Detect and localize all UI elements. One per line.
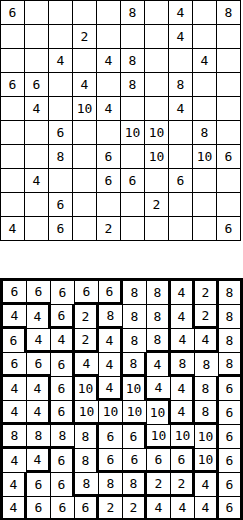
solution-cell-r0c7: 4 [171, 281, 195, 305]
solution-cell-r4c4: 4 [99, 377, 123, 401]
clue-cell-r1c2[interactable] [49, 25, 73, 49]
solution-cell-r3c0: 6 [3, 353, 27, 377]
clue-cell-r0c4[interactable] [97, 1, 121, 25]
solution-cell-r8c9: 6 [219, 473, 243, 497]
clue-cell-r3c8[interactable] [193, 73, 217, 97]
clue-cell-r9c3[interactable] [73, 217, 97, 241]
solution-cell-r9c8: 4 [195, 497, 219, 520]
solution-cell-r7c2: 6 [51, 449, 75, 473]
clue-cell-r1c3[interactable]: 2 [73, 25, 97, 49]
solution-cell-r2c2: 4 [51, 329, 75, 353]
solution-cell-r7c7: 6 [171, 449, 195, 473]
solution-cell-r6c8: 10 [195, 425, 219, 449]
solution-cell-r0c5: 8 [123, 281, 147, 305]
fillomino-clue-grid: 6848244484664884104461010886101064666624… [0, 0, 241, 241]
clue-cell-r3c6[interactable] [145, 73, 169, 97]
solution-cell-r4c8: 8 [195, 377, 219, 401]
solution-cell-r9c3: 6 [75, 497, 99, 520]
clue-cell-r7c0[interactable] [1, 169, 25, 193]
clue-cell-r9c1[interactable] [25, 217, 49, 241]
solution-cell-r1c4: 8 [99, 305, 123, 329]
solution-cell-r5c7: 4 [171, 401, 195, 425]
solution-cell-r0c3: 6 [75, 281, 99, 305]
clue-cell-r5c6[interactable]: 10 [145, 121, 169, 145]
clue-cell-r0c7[interactable]: 4 [169, 1, 193, 25]
clue-cell-r0c9[interactable]: 8 [217, 1, 241, 25]
clue-cell-r2c2[interactable]: 4 [49, 49, 73, 73]
clue-cell-r4c4[interactable]: 4 [97, 97, 121, 121]
solution-cell-r8c2: 6 [51, 473, 75, 497]
clue-cell-r8c2[interactable]: 6 [49, 193, 73, 217]
clue-cell-r9c5[interactable] [121, 217, 145, 241]
solution-cell-r9c2: 6 [51, 497, 75, 520]
clue-cell-r8c4[interactable] [97, 193, 121, 217]
solution-cell-r5c3: 10 [75, 401, 99, 425]
clue-cell-r9c8[interactable] [193, 217, 217, 241]
clue-cell-r7c5[interactable]: 6 [121, 169, 145, 193]
clue-cell-r0c1[interactable] [25, 1, 49, 25]
solution-cell-r1c1: 4 [27, 305, 51, 329]
clue-cell-r7c6[interactable] [145, 169, 169, 193]
clue-cell-r1c0[interactable] [1, 25, 25, 49]
clue-cell-r6c4[interactable]: 6 [97, 145, 121, 169]
solution-cell-r2c3: 2 [75, 329, 99, 353]
clue-cell-r0c2[interactable] [49, 1, 73, 25]
solution-cell-r9c6: 4 [147, 497, 171, 520]
clue-cell-r7c8[interactable] [193, 169, 217, 193]
clue-cell-r3c0[interactable]: 6 [1, 73, 25, 97]
solution-cell-r6c2: 8 [51, 425, 75, 449]
clue-cell-r4c7[interactable]: 4 [169, 97, 193, 121]
solution-cell-r4c0: 4 [3, 377, 27, 401]
solution-cell-r1c3: 2 [75, 305, 99, 329]
solution-cell-r4c3: 10 [75, 377, 99, 401]
solution-cell-r3c2: 6 [51, 353, 75, 377]
solution-cell-r6c6: 10 [147, 425, 171, 449]
clue-cell-r9c2[interactable]: 6 [49, 217, 73, 241]
solution-cell-r9c9: 6 [219, 497, 243, 520]
clue-cell-r3c1[interactable]: 6 [25, 73, 49, 97]
clue-cell-r9c9[interactable]: 6 [217, 217, 241, 241]
solution-cell-r5c8: 8 [195, 401, 219, 425]
solution-cell-r5c5: 10 [123, 401, 147, 425]
solution-cell-r5c0: 4 [3, 401, 27, 425]
clue-cell-r8c3[interactable] [73, 193, 97, 217]
solution-cell-r0c6: 8 [147, 281, 171, 305]
solution-cell-r8c1: 6 [27, 473, 51, 497]
solution-cell-r0c4: 6 [99, 281, 123, 305]
clue-cell-r1c8[interactable] [193, 25, 217, 49]
solution-cell-r4c9: 6 [219, 377, 243, 401]
solution-cell-r1c6: 8 [147, 305, 171, 329]
solution-cell-r6c4: 6 [99, 425, 123, 449]
clue-cell-r1c9[interactable] [217, 25, 241, 49]
solution-cell-r7c3: 8 [75, 449, 99, 473]
solution-cell-r0c0: 6 [3, 281, 27, 305]
clue-cell-r4c6[interactable] [145, 97, 169, 121]
clue-cell-r1c7[interactable]: 4 [169, 25, 193, 49]
clue-cell-r8c8[interactable] [193, 193, 217, 217]
solution-cell-r7c0: 4 [3, 449, 27, 473]
clue-cell-r5c1[interactable] [25, 121, 49, 145]
solution-cell-r4c2: 6 [51, 377, 75, 401]
fillomino-puzzle-page: 6848244484664884104461010886101064666624… [0, 0, 243, 520]
solution-cell-r3c4: 4 [99, 353, 123, 377]
clue-cell-r7c3[interactable] [73, 169, 97, 193]
clue-cell-r4c1[interactable]: 4 [25, 97, 49, 121]
clue-cell-r5c4[interactable] [97, 121, 121, 145]
clue-cell-r2c9[interactable] [217, 49, 241, 73]
solution-cell-r9c7: 4 [171, 497, 195, 520]
clue-cell-r0c8[interactable] [193, 1, 217, 25]
clue-cell-r9c6[interactable] [145, 217, 169, 241]
clue-cell-r1c6[interactable] [145, 25, 169, 49]
solution-cell-r0c1: 6 [27, 281, 51, 305]
solution-cell-r2c7: 4 [171, 329, 195, 353]
solution-cell-r0c8: 2 [195, 281, 219, 305]
solution-cell-r2c9: 8 [219, 329, 243, 353]
clue-cell-r2c0[interactable] [1, 49, 25, 73]
clue-cell-r8c7[interactable] [169, 193, 193, 217]
solution-cell-r1c9: 8 [219, 305, 243, 329]
clue-cell-r1c4[interactable] [97, 25, 121, 49]
solution-cell-r9c1: 6 [27, 497, 51, 520]
solution-cell-r9c4: 2 [99, 497, 123, 520]
clue-cell-r3c9[interactable] [217, 73, 241, 97]
clue-cell-r4c0[interactable] [1, 97, 25, 121]
clue-cell-r6c6[interactable]: 10 [145, 145, 169, 169]
solution-cell-r7c1: 4 [27, 449, 51, 473]
clue-cell-r4c5[interactable] [121, 97, 145, 121]
clue-cell-r7c1[interactable]: 4 [25, 169, 49, 193]
clue-cell-r0c3[interactable] [73, 1, 97, 25]
solution-cell-r1c7: 4 [171, 305, 195, 329]
solution-cell-r6c7: 10 [171, 425, 195, 449]
clue-cell-r3c7[interactable]: 8 [169, 73, 193, 97]
clue-cell-r5c9[interactable] [217, 121, 241, 145]
solution-cell-r8c6: 2 [147, 473, 171, 497]
clue-cell-r3c2[interactable] [49, 73, 73, 97]
solution-cell-r4c7: 4 [171, 377, 195, 401]
clue-cell-r9c0[interactable]: 4 [1, 217, 25, 241]
clue-cell-r2c8[interactable]: 4 [193, 49, 217, 73]
solution-cell-r7c4: 6 [99, 449, 123, 473]
clue-cell-r2c3[interactable] [73, 49, 97, 73]
clue-cell-r6c8[interactable]: 10 [193, 145, 217, 169]
clue-cell-r4c8[interactable] [193, 97, 217, 121]
solution-cell-r1c2: 6 [51, 305, 75, 329]
clue-cell-r0c5[interactable]: 8 [121, 1, 145, 25]
clue-cell-r2c5[interactable]: 8 [121, 49, 145, 73]
clue-cell-r8c0[interactable] [1, 193, 25, 217]
clue-cell-r5c3[interactable] [73, 121, 97, 145]
solution-cell-r3c8: 8 [195, 353, 219, 377]
solution-cell-r3c7: 8 [171, 353, 195, 377]
solution-cell-r2c6: 8 [147, 329, 171, 353]
clue-cell-r6c1[interactable] [25, 145, 49, 169]
solution-cell-r6c1: 8 [27, 425, 51, 449]
clue-cell-r9c4[interactable]: 2 [97, 217, 121, 241]
clue-cell-r4c2[interactable] [49, 97, 73, 121]
clue-cell-r5c0[interactable] [1, 121, 25, 145]
solution-cell-r8c5: 8 [123, 473, 147, 497]
clue-cell-r2c4[interactable]: 4 [97, 49, 121, 73]
solution-cell-r4c6: 4 [147, 377, 171, 401]
solution-cell-r9c0: 4 [3, 497, 27, 520]
clue-cell-r1c1[interactable] [25, 25, 49, 49]
solution-cell-r6c0: 8 [3, 425, 27, 449]
solution-cell-r5c1: 4 [27, 401, 51, 425]
solution-cell-r5c2: 6 [51, 401, 75, 425]
solution-cell-r3c5: 8 [123, 353, 147, 377]
clue-cell-r6c5[interactable] [121, 145, 145, 169]
clue-cell-r3c5[interactable]: 8 [121, 73, 145, 97]
clue-cell-r2c1[interactable] [25, 49, 49, 73]
solution-cell-r5c4: 10 [99, 401, 123, 425]
fillomino-solution-grid: 6666688428446288842864424884486664484888… [0, 278, 243, 520]
solution-cell-r2c4: 4 [99, 329, 123, 353]
clue-cell-r7c7[interactable]: 6 [169, 169, 193, 193]
clue-cell-r7c9[interactable] [217, 169, 241, 193]
clue-cell-r6c7[interactable] [169, 145, 193, 169]
clue-cell-r5c7[interactable] [169, 121, 193, 145]
solution-cell-r8c7: 2 [171, 473, 195, 497]
solution-cell-r5c6: 10 [147, 401, 171, 425]
solution-cell-r6c3: 8 [75, 425, 99, 449]
clue-cell-r3c4[interactable] [97, 73, 121, 97]
clue-cell-r1c5[interactable] [121, 25, 145, 49]
solution-cell-r2c1: 4 [27, 329, 51, 353]
clue-cell-r2c7[interactable] [169, 49, 193, 73]
clue-cell-r5c8[interactable]: 8 [193, 121, 217, 145]
clue-cell-r7c2[interactable] [49, 169, 73, 193]
clue-cell-r2c6[interactable] [145, 49, 169, 73]
clue-cell-r6c3[interactable] [73, 145, 97, 169]
solution-cell-r6c9: 6 [219, 425, 243, 449]
solution-cell-r3c6: 4 [147, 353, 171, 377]
solution-cell-r8c4: 8 [99, 473, 123, 497]
solution-cell-r8c8: 4 [195, 473, 219, 497]
clue-cell-r6c2[interactable]: 8 [49, 145, 73, 169]
solution-cell-r7c6: 6 [147, 449, 171, 473]
solution-cell-r3c3: 4 [75, 353, 99, 377]
solution-cell-r0c9: 8 [219, 281, 243, 305]
solution-cell-r5c9: 6 [219, 401, 243, 425]
solution-cell-r8c3: 8 [75, 473, 99, 497]
clue-cell-r3c3[interactable]: 4 [73, 73, 97, 97]
solution-cell-r1c0: 4 [3, 305, 27, 329]
clue-cell-r8c9[interactable] [217, 193, 241, 217]
clue-cell-r7c4[interactable]: 6 [97, 169, 121, 193]
solution-cell-r4c5: 10 [123, 377, 147, 401]
clue-cell-r4c3[interactable]: 10 [73, 97, 97, 121]
solution-cell-r3c9: 8 [219, 353, 243, 377]
solution-cell-r8c0: 4 [3, 473, 27, 497]
clue-cell-r5c5[interactable]: 10 [121, 121, 145, 145]
solution-cell-r1c5: 8 [123, 305, 147, 329]
clue-cell-r8c6[interactable]: 2 [145, 193, 169, 217]
clue-cell-r8c5[interactable] [121, 193, 145, 217]
solution-cell-r6c5: 6 [123, 425, 147, 449]
clue-cell-r4c9[interactable] [217, 97, 241, 121]
clue-cell-r5c2[interactable]: 6 [49, 121, 73, 145]
solution-cell-r4c1: 4 [27, 377, 51, 401]
solution-cell-r1c8: 2 [195, 305, 219, 329]
solution-cell-r7c8: 10 [195, 449, 219, 473]
solution-cell-r2c0: 6 [3, 329, 27, 353]
solution-cell-r9c5: 2 [123, 497, 147, 520]
solution-cell-r2c8: 4 [195, 329, 219, 353]
clue-cell-r6c9[interactable]: 6 [217, 145, 241, 169]
clue-cell-r8c1[interactable] [25, 193, 49, 217]
clue-cell-r0c6[interactable] [145, 1, 169, 25]
solution-cell-r7c5: 6 [123, 449, 147, 473]
solution-cell-r3c1: 6 [27, 353, 51, 377]
solution-cell-r0c2: 6 [51, 281, 75, 305]
solution-cell-r2c5: 8 [123, 329, 147, 353]
clue-cell-r6c0[interactable] [1, 145, 25, 169]
clue-cell-r0c0[interactable]: 6 [1, 1, 25, 25]
clue-cell-r9c7[interactable] [169, 217, 193, 241]
solution-cell-r7c9: 6 [219, 449, 243, 473]
